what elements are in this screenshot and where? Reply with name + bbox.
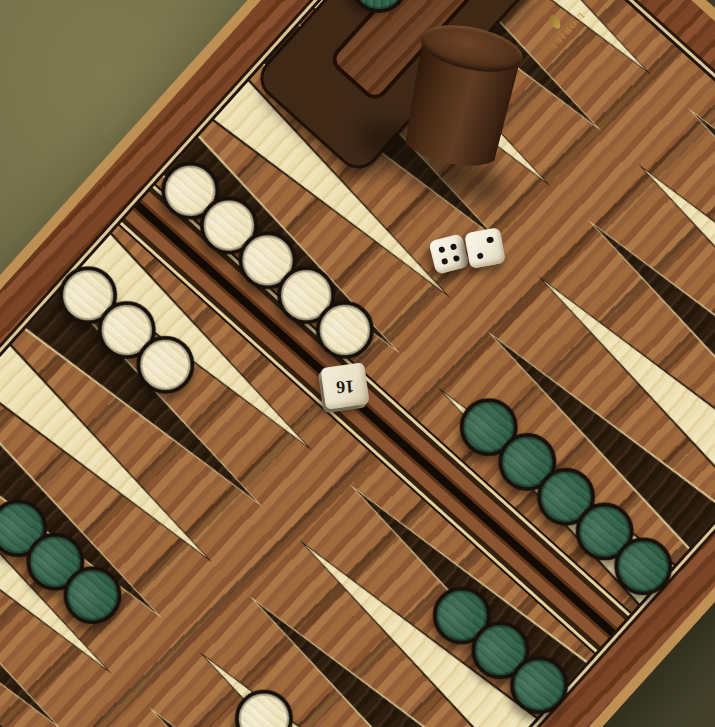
die-pip: [487, 237, 494, 244]
leaf-logo-icon: [547, 13, 563, 30]
die-pip: [450, 243, 457, 250]
die-showing-2[interactable]: [464, 227, 506, 269]
die-pip: [438, 246, 445, 253]
doubling-cube[interactable]: 16: [320, 362, 369, 410]
die-pip: [441, 258, 448, 265]
doubling-cube-value: 16: [335, 375, 354, 397]
die-pip: [453, 255, 460, 262]
die-pip: [476, 252, 483, 259]
